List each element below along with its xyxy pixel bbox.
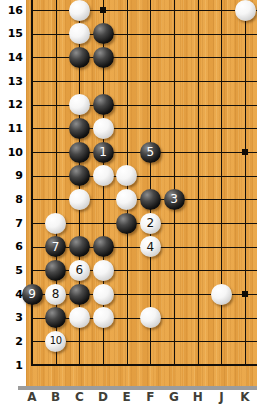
grid-line-col-G <box>174 0 175 366</box>
black-stone-C10[interactable] <box>69 142 90 163</box>
black-stone-F10[interactable]: 5 <box>140 142 161 163</box>
grid-line-col-K <box>245 0 246 366</box>
move-number-label: 8 <box>52 288 60 300</box>
row-label-13: 13 <box>0 76 23 87</box>
white-stone-C3[interactable] <box>69 307 90 328</box>
move-number-label: 7 <box>52 241 60 253</box>
black-stone-D14[interactable] <box>93 47 114 68</box>
col-label-F: F <box>140 391 160 403</box>
black-stone-B5[interactable] <box>45 260 66 281</box>
row-label-7: 7 <box>0 218 23 229</box>
white-stone-F3[interactable] <box>140 307 161 328</box>
col-label-E: E <box>117 391 137 403</box>
row-label-4: 4 <box>0 289 23 300</box>
move-number-label: 4 <box>147 241 155 253</box>
row-label-8: 8 <box>0 194 23 205</box>
grid-line-col-A <box>31 0 33 366</box>
white-stone-D4[interactable] <box>93 284 114 305</box>
grid-line-row-14 <box>31 57 257 58</box>
white-stone-D3[interactable] <box>93 307 114 328</box>
black-stone-D6[interactable] <box>93 236 114 257</box>
move-number-label: 6 <box>76 264 84 276</box>
white-stone-D5[interactable] <box>93 260 114 281</box>
row-label-5: 5 <box>0 265 23 276</box>
col-label-J: J <box>211 391 231 403</box>
white-stone-C16[interactable] <box>69 0 90 21</box>
col-label-C: C <box>69 391 89 403</box>
black-stone-B3[interactable] <box>45 307 66 328</box>
move-number-label: 1 <box>99 146 107 158</box>
row-label-15: 15 <box>0 28 23 39</box>
col-label-B: B <box>46 391 66 403</box>
row-label-6: 6 <box>0 241 23 252</box>
col-label-D: D <box>93 391 113 403</box>
black-stone-A4[interactable]: 9 <box>22 284 43 305</box>
col-label-H: H <box>188 391 208 403</box>
black-stone-B6[interactable]: 7 <box>45 236 66 257</box>
black-stone-D12[interactable] <box>93 94 114 115</box>
grid-line-row-1 <box>31 364 257 366</box>
grid-line-row-9 <box>31 176 257 177</box>
grid-line-col-H <box>198 0 199 366</box>
star-point-D16 <box>100 7 106 13</box>
black-stone-C14[interactable] <box>69 47 90 68</box>
black-stone-C6[interactable] <box>69 236 90 257</box>
black-stone-E7[interactable] <box>116 213 137 234</box>
white-stone-F7[interactable]: 2 <box>140 213 161 234</box>
white-stone-E8[interactable] <box>116 189 137 210</box>
move-number-label: 5 <box>147 146 155 158</box>
black-stone-D15[interactable] <box>93 23 114 44</box>
row-label-9: 9 <box>0 170 23 181</box>
black-stone-F8[interactable] <box>140 189 161 210</box>
row-label-14: 14 <box>0 52 23 63</box>
white-stone-C5[interactable]: 6 <box>69 260 90 281</box>
white-stone-C15[interactable] <box>69 23 90 44</box>
row-label-10: 10 <box>0 147 23 158</box>
black-stone-C11[interactable] <box>69 118 90 139</box>
white-stone-D9[interactable] <box>93 165 114 186</box>
col-label-A: A <box>22 391 42 403</box>
go-board-diagram: 15327469810 16151413121110987654321ABCDE… <box>0 0 257 404</box>
grid-line-row-15 <box>31 34 257 35</box>
row-label-1: 1 <box>0 360 23 371</box>
white-stone-B2[interactable]: 10 <box>45 331 66 352</box>
row-label-16: 16 <box>0 5 23 16</box>
col-label-G: G <box>164 391 184 403</box>
star-point-K10 <box>242 149 248 155</box>
row-label-2: 2 <box>0 336 23 347</box>
move-number-label: 10 <box>50 336 62 346</box>
black-stone-D10[interactable]: 1 <box>93 142 114 163</box>
grid-line-col-J <box>221 0 222 366</box>
move-number-label: 2 <box>147 217 155 229</box>
row-label-12: 12 <box>0 99 23 110</box>
white-stone-B7[interactable] <box>45 213 66 234</box>
black-stone-C4[interactable] <box>69 284 90 305</box>
col-label-K: K <box>235 391 255 403</box>
go-board[interactable]: 15327469810 <box>26 0 257 386</box>
white-stone-D11[interactable] <box>93 118 114 139</box>
white-stone-F6[interactable]: 4 <box>140 236 161 257</box>
white-stone-J4[interactable] <box>211 284 232 305</box>
white-stone-C8[interactable] <box>69 189 90 210</box>
white-stone-K16[interactable] <box>235 0 256 21</box>
grid-line-row-16 <box>31 10 257 11</box>
star-point-K4 <box>242 291 248 297</box>
white-stone-B4[interactable]: 8 <box>45 284 66 305</box>
black-stone-C9[interactable] <box>69 165 90 186</box>
row-label-3: 3 <box>0 312 23 323</box>
grid-line-row-12 <box>31 105 257 106</box>
white-stone-E9[interactable] <box>116 165 137 186</box>
grid-line-row-11 <box>31 128 257 129</box>
row-label-11: 11 <box>0 123 23 134</box>
move-number-label: 9 <box>28 288 36 300</box>
black-stone-G8[interactable]: 3 <box>164 189 185 210</box>
grid-line-row-13 <box>31 81 257 82</box>
move-number-label: 3 <box>170 193 178 205</box>
white-stone-C12[interactable] <box>69 94 90 115</box>
